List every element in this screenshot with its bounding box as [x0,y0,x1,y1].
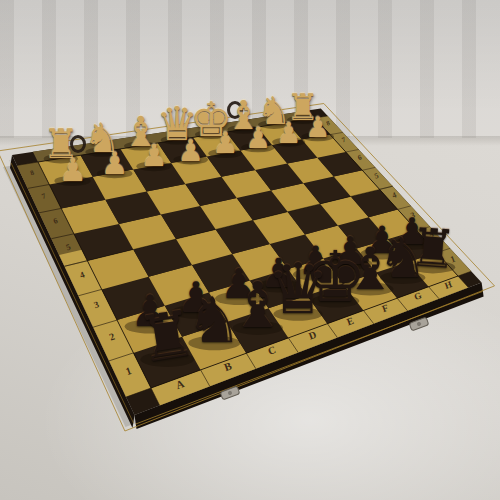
piece-shadow [215,292,262,305]
hinge-ring-icon [229,103,242,118]
piece-shadow [124,141,157,150]
chess-set-photo: A88B77C66D55E44F33G22H11 ♜♞♝♛♚♝♞♜♟♟♟♟♟♟♟… [0,0,500,500]
piece-shadow [287,116,318,125]
piece-shadow [256,280,302,293]
piece-shadow [228,125,260,134]
piece-shadow [273,307,322,321]
piece-shadow [312,294,360,307]
piece-shadow [258,120,290,129]
piece-shadow [272,138,305,147]
piece-shadow [411,261,456,273]
chessboard: A88B77C66D55E44F33G22H11 [0,0,500,500]
piece-shadow [161,136,194,145]
piece-shadow [54,176,90,186]
piece-shadow [233,321,283,335]
piece-shadow [174,155,208,165]
piece-shadow [208,149,242,158]
piece-shadow [241,143,274,152]
piece-shadow [380,271,426,284]
piece-shadow [125,320,175,334]
piece-shadow [301,132,334,141]
piece-shadow [140,352,194,367]
piece-shadow [136,161,171,171]
piece-shadow [97,169,133,179]
piece-shadow [361,247,404,259]
piece-shadow [188,336,240,350]
piece-shadow [328,257,372,269]
piece-shadow [293,268,338,281]
piece-shadow [172,305,221,319]
piece-shadow [44,154,78,164]
piece-shadow [347,282,394,295]
piece-shadow [195,130,227,139]
piece-shadow [85,147,119,156]
piece-shadow [391,238,433,250]
